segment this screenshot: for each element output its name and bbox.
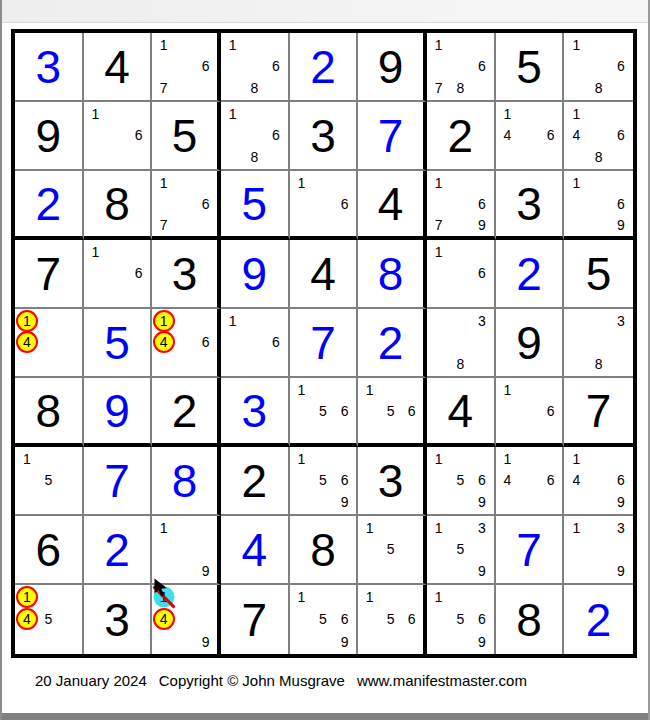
cell-r5c7[interactable]: 38 (427, 309, 496, 378)
cell-r5c3[interactable]: 146 (152, 309, 221, 378)
candidate-empty (312, 379, 334, 400)
candidate-empty (174, 586, 195, 608)
cell-r5c8[interactable]: 9 (496, 309, 565, 378)
candidate-1[interactable]: 1 (153, 586, 174, 608)
candidate-empty (540, 146, 562, 168)
candidate-empty (59, 448, 81, 470)
cell-r1c8[interactable]: 5 (496, 33, 565, 102)
cell-r1c1[interactable]: 3 (15, 33, 84, 102)
cell-r3c3[interactable]: 167 (152, 171, 221, 240)
candidate-digit: 7 (160, 218, 168, 232)
cell-r6c3[interactable]: 2 (152, 378, 221, 447)
cell-r3c8[interactable]: 3 (496, 171, 565, 240)
candidate-4[interactable]: 4 (153, 608, 174, 630)
candidate-empty (38, 631, 60, 653)
cell-r5c2[interactable]: 5 (84, 309, 153, 378)
candidate-1[interactable]: 1 (291, 448, 313, 470)
candidate-grid: 1678 (428, 34, 493, 99)
candidate-digit: 6 (547, 128, 555, 142)
candidate-5[interactable]: 5 (312, 608, 334, 630)
candidate-grid: 38 (428, 310, 493, 375)
candidate-empty (565, 214, 587, 235)
candidate-6[interactable]: 6 (128, 125, 150, 147)
candidate-grid: 15 (359, 517, 422, 582)
candidate-1[interactable]: 1 (428, 586, 450, 608)
candidate-grid: 169 (565, 172, 632, 235)
solved-digit: 7 (516, 527, 542, 573)
sudoku-grid: 3416716829167851689165168372146146828167… (11, 29, 637, 658)
cell-r2c8[interactable]: 146 (496, 102, 565, 171)
candidate-empty (428, 539, 450, 561)
cell-r1c2[interactable]: 4 (84, 33, 153, 102)
candidate-empty (106, 263, 128, 285)
cell-r2c1[interactable]: 9 (15, 102, 84, 171)
cell-r5c5[interactable]: 7 (290, 309, 359, 378)
candidate-grid: 16 (291, 172, 356, 235)
candidate-1[interactable]: 1 (565, 448, 587, 470)
candidate-empty (85, 284, 107, 306)
candidate-1[interactable]: 1 (222, 310, 244, 332)
candidate-1[interactable]: 1 (428, 172, 450, 193)
candidate-digit: 5 (44, 612, 52, 626)
candidate-7[interactable]: 7 (428, 214, 450, 235)
candidate-6[interactable]: 6 (471, 608, 493, 630)
cell-r3c2[interactable]: 8 (84, 171, 153, 240)
candidate-empty (380, 517, 401, 539)
candidate-empty (59, 353, 81, 375)
candidate-grid: 149 (153, 586, 216, 653)
cell-r2c6[interactable]: 7 (358, 102, 427, 171)
candidate-1[interactable]: 1 (153, 172, 174, 193)
candidate-empty (85, 263, 107, 285)
cell-r5c4[interactable]: 16 (221, 309, 290, 378)
candidate-empty (174, 517, 195, 539)
cell-r9c8[interactable]: 8 (496, 585, 565, 654)
candidate-empty (195, 77, 216, 99)
candidate-empty (38, 491, 60, 513)
cell-r7c1[interactable]: 15 (15, 447, 84, 516)
solved-digit: 9 (104, 388, 130, 434)
candidate-9[interactable]: 9 (334, 491, 356, 513)
candidate-empty (291, 470, 313, 492)
candidate-1[interactable]: 1 (153, 34, 174, 56)
candidate-6[interactable]: 6 (334, 400, 356, 421)
candidate-5[interactable]: 5 (450, 539, 472, 561)
candidate-9[interactable]: 9 (471, 631, 493, 653)
solved-digit: 2 (586, 597, 612, 643)
cell-r2c4[interactable]: 168 (221, 102, 290, 171)
candidate-1[interactable]: 1 (16, 310, 38, 332)
candidate-empty (195, 517, 216, 539)
candidate-4[interactable]: 4 (565, 125, 587, 147)
cell-r7c8[interactable]: 146 (496, 447, 565, 516)
candidate-6[interactable]: 6 (128, 263, 150, 285)
candidate-5[interactable]: 5 (380, 539, 401, 561)
candidate-empty (450, 491, 472, 513)
given-digit: 3 (378, 458, 404, 504)
candidate-5[interactable]: 5 (380, 400, 401, 421)
cell-r6c1[interactable]: 8 (15, 378, 84, 447)
cell-r8c7[interactable]: 1359 (427, 516, 496, 585)
cell-r8c1[interactable]: 6 (15, 516, 84, 585)
cell-r3c6[interactable]: 4 (358, 171, 427, 240)
cell-r8c6[interactable]: 15 (358, 516, 427, 585)
cell-r9c3[interactable]: 149 (152, 585, 221, 654)
cell-r2c5[interactable]: 3 (290, 102, 359, 171)
candidate-digit: 4 (504, 473, 512, 487)
window-left-edge (0, 0, 2, 720)
cell-r9c4[interactable]: 7 (221, 585, 290, 654)
candidate-grid: 156 (359, 379, 422, 442)
candidate-5[interactable]: 5 (312, 470, 334, 492)
candidate-digit: 1 (435, 590, 443, 604)
candidate-6[interactable]: 6 (540, 400, 562, 421)
candidate-1[interactable]: 1 (428, 34, 450, 56)
candidate-empty (518, 421, 540, 442)
candidate-digit: 1 (23, 314, 31, 328)
candidate-grid: 16 (85, 103, 150, 168)
candidate-6[interactable]: 6 (610, 470, 632, 492)
cell-r7c3[interactable]: 8 (152, 447, 221, 516)
candidate-empty (401, 560, 422, 582)
candidate-8[interactable]: 8 (588, 146, 610, 168)
cell-r9c5[interactable]: 1569 (290, 585, 359, 654)
candidate-digit: 1 (435, 176, 443, 190)
candidate-6[interactable]: 6 (540, 125, 562, 147)
solved-digit: 4 (242, 527, 268, 573)
candidate-9[interactable]: 9 (610, 214, 632, 235)
candidate-1[interactable]: 1 (497, 103, 519, 125)
cell-r6c7[interactable]: 4 (427, 378, 496, 447)
candidate-empty (540, 103, 562, 125)
candidate-1[interactable]: 1 (428, 517, 450, 539)
candidate-empty (565, 310, 587, 332)
candidate-3[interactable]: 3 (471, 517, 493, 539)
candidate-1[interactable]: 1 (85, 103, 107, 125)
candidate-9[interactable]: 9 (195, 631, 216, 653)
candidate-5[interactable]: 5 (38, 608, 60, 630)
candidate-empty (244, 103, 266, 125)
candidate-5[interactable]: 5 (380, 608, 401, 630)
candidate-9[interactable]: 9 (610, 560, 632, 582)
candidate-digit: 1 (229, 314, 237, 328)
candidate-1[interactable]: 1 (153, 517, 174, 539)
candidate-1[interactable]: 1 (359, 586, 380, 608)
candidate-empty (588, 448, 610, 470)
candidate-6[interactable]: 6 (334, 193, 356, 214)
cell-r8c5[interactable]: 8 (290, 516, 359, 585)
candidate-digit: 6 (135, 128, 143, 142)
candidate-1[interactable]: 1 (359, 379, 380, 400)
candidate-4[interactable]: 4 (153, 332, 174, 354)
candidate-empty (128, 146, 150, 168)
candidate-1[interactable]: 1 (222, 103, 244, 125)
candidate-empty (244, 310, 266, 332)
candidate-empty (471, 172, 493, 193)
candidate-1[interactable]: 1 (16, 448, 38, 470)
cell-r3c5[interactable]: 16 (290, 171, 359, 240)
candidate-8[interactable]: 8 (244, 146, 266, 168)
candidate-1[interactable]: 1 (428, 241, 450, 263)
cell-r5c6[interactable]: 2 (358, 309, 427, 378)
cell-r2c2[interactable]: 16 (84, 102, 153, 171)
candidate-empty (174, 193, 195, 214)
candidate-1[interactable]: 1 (428, 448, 450, 470)
candidate-6[interactable]: 6 (471, 470, 493, 492)
candidate-3[interactable]: 3 (610, 310, 632, 332)
candidate-3[interactable]: 3 (610, 517, 632, 539)
candidate-7[interactable]: 7 (153, 77, 174, 99)
candidate-8[interactable]: 8 (244, 77, 266, 99)
given-digit: 3 (310, 113, 336, 159)
candidate-empty (518, 400, 540, 421)
candidate-empty (428, 310, 450, 332)
candidate-6[interactable]: 6 (610, 56, 632, 78)
candidate-1[interactable]: 1 (565, 103, 587, 125)
candidate-empty (497, 146, 519, 168)
candidate-empty (588, 310, 610, 332)
cell-r7c2[interactable]: 7 (84, 447, 153, 516)
candidate-digit: 5 (319, 473, 327, 487)
candidate-8[interactable]: 8 (588, 353, 610, 375)
cell-r4c1[interactable]: 7 (15, 240, 84, 309)
candidate-empty (222, 353, 244, 375)
cell-r6c6[interactable]: 156 (358, 378, 427, 447)
cell-r8c9[interactable]: 139 (564, 516, 633, 585)
candidate-grid: 16 (497, 379, 562, 442)
candidate-9[interactable]: 9 (471, 214, 493, 235)
candidate-empty (450, 517, 472, 539)
cell-r1c4[interactable]: 168 (221, 33, 290, 102)
cell-r4c4[interactable]: 9 (221, 240, 290, 309)
candidate-6[interactable]: 6 (401, 400, 422, 421)
candidate-7[interactable]: 7 (428, 77, 450, 99)
candidate-1[interactable]: 1 (565, 34, 587, 56)
candidate-6[interactable]: 6 (401, 608, 422, 630)
cell-r5c9[interactable]: 38 (564, 309, 633, 378)
candidate-empty (334, 379, 356, 400)
candidate-digit: 6 (341, 612, 349, 626)
candidate-9[interactable]: 9 (610, 491, 632, 513)
cell-r1c6[interactable]: 9 (358, 33, 427, 102)
candidate-4[interactable]: 4 (16, 608, 38, 630)
candidate-digit: 6 (617, 473, 625, 487)
candidate-empty (588, 172, 610, 193)
candidate-1[interactable]: 1 (497, 448, 519, 470)
candidate-4[interactable]: 4 (497, 470, 519, 492)
candidate-6[interactable]: 6 (195, 332, 216, 354)
candidate-digit: 4 (160, 335, 168, 349)
candidate-empty (359, 608, 380, 630)
candidate-6[interactable]: 6 (471, 193, 493, 214)
cell-r4c5[interactable]: 4 (290, 240, 359, 309)
cell-r7c9[interactable]: 1469 (564, 447, 633, 516)
candidate-empty (59, 608, 81, 630)
candidate-1[interactable]: 1 (497, 379, 519, 400)
candidate-digit: 1 (298, 452, 306, 466)
cell-r4c8[interactable]: 2 (496, 240, 565, 309)
candidate-4[interactable]: 4 (497, 125, 519, 147)
candidate-empty (610, 77, 632, 99)
candidate-empty (265, 34, 287, 56)
cell-r5c1[interactable]: 14 (15, 309, 84, 378)
candidate-digit: 3 (478, 521, 486, 535)
candidate-empty (565, 56, 587, 78)
candidate-6[interactable]: 6 (265, 125, 287, 147)
candidate-grid: 16 (85, 241, 150, 306)
given-digit: 7 (586, 388, 612, 434)
candidate-empty (312, 421, 334, 442)
candidate-empty (128, 103, 150, 125)
candidate-1[interactable]: 1 (222, 34, 244, 56)
candidate-3[interactable]: 3 (471, 310, 493, 332)
candidate-empty (174, 56, 195, 78)
candidate-empty (428, 491, 450, 513)
candidate-empty (265, 77, 287, 99)
candidate-5[interactable]: 5 (450, 608, 472, 630)
cell-r4c6[interactable]: 8 (358, 240, 427, 309)
given-digit: 6 (36, 527, 62, 573)
footer-date: 20 January 2024 (35, 672, 147, 689)
candidate-empty (610, 103, 632, 125)
candidate-empty (471, 284, 493, 306)
candidate-empty (312, 631, 334, 653)
cell-r7c6[interactable]: 3 (358, 447, 427, 516)
candidate-5[interactable]: 5 (450, 470, 472, 492)
candidate-6[interactable]: 6 (471, 56, 493, 78)
candidate-6[interactable]: 6 (610, 125, 632, 147)
cell-r6c5[interactable]: 156 (290, 378, 359, 447)
candidate-6[interactable]: 6 (471, 263, 493, 285)
candidate-empty (428, 608, 450, 630)
candidate-empty (174, 631, 195, 653)
given-digit: 2 (172, 388, 198, 434)
candidate-empty (588, 560, 610, 582)
cell-r3c1[interactable]: 2 (15, 171, 84, 240)
candidate-6[interactable]: 6 (265, 56, 287, 78)
cell-r3c7[interactable]: 1679 (427, 171, 496, 240)
cell-r1c5[interactable]: 2 (290, 33, 359, 102)
cell-r4c2[interactable]: 16 (84, 240, 153, 309)
candidate-1[interactable]: 1 (85, 241, 107, 263)
candidate-empty (471, 539, 493, 561)
cell-r4c7[interactable]: 16 (427, 240, 496, 309)
candidate-grid: 14 (16, 310, 81, 375)
candidate-6[interactable]: 6 (334, 608, 356, 630)
cell-r8c2[interactable]: 2 (84, 516, 153, 585)
candidate-1[interactable]: 1 (565, 517, 587, 539)
mouse-cursor-icon (154, 578, 169, 599)
candidate-6[interactable]: 6 (540, 470, 562, 492)
candidate-empty (312, 448, 334, 470)
cell-r4c3[interactable]: 3 (152, 240, 221, 309)
candidate-grid: 1569 (428, 448, 493, 513)
candidate-6[interactable]: 6 (610, 193, 632, 214)
candidate-digit: 1 (573, 176, 581, 190)
candidate-digit: 1 (92, 245, 100, 259)
cell-r6c8[interactable]: 16 (496, 378, 565, 447)
solved-digit: 9 (242, 251, 268, 297)
candidate-1[interactable]: 1 (153, 310, 174, 332)
cell-r9c6[interactable]: 156 (358, 585, 427, 654)
candidate-6[interactable]: 6 (265, 332, 287, 354)
cell-r1c9[interactable]: 168 (564, 33, 633, 102)
candidate-digit: 6 (272, 335, 280, 349)
cell-r3c4[interactable]: 5 (221, 171, 290, 240)
candidate-empty (565, 77, 587, 99)
candidate-digit: 1 (573, 107, 581, 121)
candidate-9[interactable]: 9 (471, 560, 493, 582)
cell-r6c2[interactable]: 9 (84, 378, 153, 447)
candidate-1[interactable]: 1 (16, 586, 38, 608)
candidate-7[interactable]: 7 (153, 214, 174, 235)
candidate-9[interactable]: 9 (195, 560, 216, 582)
candidate-6[interactable]: 6 (334, 470, 356, 492)
candidate-9[interactable]: 9 (334, 631, 356, 653)
candidate-4[interactable]: 4 (16, 332, 38, 354)
candidate-grid: 168 (222, 34, 287, 99)
candidate-5[interactable]: 5 (312, 400, 334, 421)
cell-r9c1[interactable]: 145 (15, 585, 84, 654)
solved-digit: 2 (378, 320, 404, 366)
footer: 20 January 2024 Copyright © John Musgrav… (35, 672, 527, 689)
candidate-digit: 6 (341, 404, 349, 418)
candidate-digit: 1 (573, 38, 581, 52)
cell-r1c7[interactable]: 1678 (427, 33, 496, 102)
candidate-digit: 9 (478, 495, 486, 509)
candidate-6[interactable]: 6 (195, 56, 216, 78)
cell-r2c7[interactable]: 2 (427, 102, 496, 171)
candidate-6[interactable]: 6 (195, 193, 216, 214)
cell-r9c7[interactable]: 1569 (427, 585, 496, 654)
candidate-empty (450, 56, 472, 78)
cell-r3c9[interactable]: 169 (564, 171, 633, 240)
cell-r8c3[interactable]: 19 (152, 516, 221, 585)
candidate-4[interactable]: 4 (565, 470, 587, 492)
candidate-9[interactable]: 9 (471, 491, 493, 513)
candidate-empty (588, 539, 610, 561)
cell-r1c3[interactable]: 167 (152, 33, 221, 102)
cell-r8c8[interactable]: 7 (496, 516, 565, 585)
candidate-8[interactable]: 8 (588, 77, 610, 99)
cell-r2c9[interactable]: 1468 (564, 102, 633, 171)
cell-r6c9[interactable]: 7 (564, 378, 633, 447)
candidate-empty (565, 560, 587, 582)
candidate-1[interactable]: 1 (291, 172, 313, 193)
candidate-grid: 19 (153, 517, 216, 582)
candidate-8[interactable]: 8 (450, 77, 472, 99)
cell-r9c2[interactable]: 3 (84, 585, 153, 654)
cell-r4c9[interactable]: 5 (564, 240, 633, 309)
candidate-digit: 8 (456, 357, 464, 371)
candidate-1[interactable]: 1 (291, 586, 313, 608)
cell-r7c7[interactable]: 1569 (427, 447, 496, 516)
candidate-1[interactable]: 1 (291, 379, 313, 400)
candidate-empty (106, 241, 128, 263)
cell-r7c5[interactable]: 1569 (290, 447, 359, 516)
candidate-1[interactable]: 1 (359, 517, 380, 539)
candidate-5[interactable]: 5 (38, 470, 60, 492)
cell-r7c4[interactable]: 2 (221, 447, 290, 516)
candidate-1[interactable]: 1 (565, 172, 587, 193)
candidate-empty (106, 284, 128, 306)
cell-r9c9[interactable]: 2 (564, 585, 633, 654)
cell-r6c4[interactable]: 3 (221, 378, 290, 447)
candidate-digit: 4 (23, 612, 31, 626)
cell-r8c4[interactable]: 4 (221, 516, 290, 585)
cell-r2c3[interactable]: 5 (152, 102, 221, 171)
candidate-8[interactable]: 8 (450, 353, 472, 375)
